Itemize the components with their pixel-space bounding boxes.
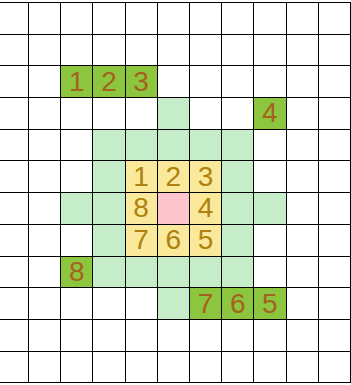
cell-r4c8[interactable] — [254, 130, 285, 161]
cell-r4c1[interactable] — [29, 130, 60, 161]
cell-r6c0[interactable] — [0, 193, 28, 224]
cell-r11c5[interactable] — [158, 352, 189, 383]
cell-r3c2[interactable] — [61, 98, 92, 129]
cell-r10c8[interactable] — [254, 320, 285, 351]
cell-r7c7[interactable] — [222, 225, 253, 256]
cell-r0c9[interactable] — [287, 3, 318, 34]
cell-r1c8[interactable] — [254, 35, 285, 66]
cell-r2c7[interactable] — [222, 66, 253, 97]
cell-r0c3[interactable] — [93, 3, 124, 34]
cell-r3c10[interactable] — [319, 98, 350, 129]
cell-r1c6[interactable] — [190, 35, 221, 66]
cell-r9c0[interactable] — [0, 288, 28, 319]
cell-r8c3[interactable] — [93, 257, 124, 288]
cell-r7c8[interactable] — [254, 225, 285, 256]
cell-r5c1[interactable] — [29, 161, 60, 192]
cell-r4c9[interactable] — [287, 130, 318, 161]
cell-r7c5[interactable]: 6 — [158, 225, 189, 256]
cell-r9c7[interactable]: 6 — [222, 288, 253, 319]
cell-r7c1[interactable] — [29, 225, 60, 256]
cell-r7c4[interactable]: 7 — [126, 225, 157, 256]
cell-r8c9[interactable] — [287, 257, 318, 288]
cell-r1c1[interactable] — [29, 35, 60, 66]
cell-r3c0[interactable] — [0, 98, 28, 129]
cell-r5c8[interactable] — [254, 161, 285, 192]
cell-r7c3[interactable] — [93, 225, 124, 256]
cell-r0c0[interactable] — [0, 3, 28, 34]
cell-r11c6[interactable] — [190, 352, 221, 383]
cell-r4c7[interactable] — [222, 130, 253, 161]
cell-r3c8[interactable]: 4 — [254, 98, 285, 129]
cell-r10c9[interactable] — [287, 320, 318, 351]
cell-r0c8[interactable] — [254, 3, 285, 34]
cell-r11c10[interactable] — [319, 352, 350, 383]
cell-r0c4[interactable] — [126, 3, 157, 34]
cell-r2c6[interactable] — [190, 66, 221, 97]
cell-r0c10[interactable] — [319, 3, 350, 34]
cell-r3c6[interactable] — [190, 98, 221, 129]
cell-r10c10[interactable] — [319, 320, 350, 351]
cell-r8c2[interactable]: 8 — [61, 257, 92, 288]
cell-r5c6[interactable]: 3 — [190, 161, 221, 192]
cell-r6c2[interactable] — [61, 193, 92, 224]
cell-r9c4[interactable] — [126, 288, 157, 319]
cell-r7c6[interactable]: 5 — [190, 225, 221, 256]
cell-r1c9[interactable] — [287, 35, 318, 66]
cell-r4c5[interactable] — [158, 130, 189, 161]
cell-r0c7[interactable] — [222, 3, 253, 34]
cell-r2c3[interactable]: 2 — [93, 66, 124, 97]
cell-r10c5[interactable] — [158, 320, 189, 351]
cell-r10c6[interactable] — [190, 320, 221, 351]
cell-r2c2[interactable]: 1 — [61, 66, 92, 97]
cell-r8c10[interactable] — [319, 257, 350, 288]
cell-r3c1[interactable] — [29, 98, 60, 129]
cell-r11c7[interactable] — [222, 352, 253, 383]
cell-r1c4[interactable] — [126, 35, 157, 66]
cell-r0c5[interactable] — [158, 3, 189, 34]
cell-r8c4[interactable] — [126, 257, 157, 288]
cell-r9c1[interactable] — [29, 288, 60, 319]
cell-r5c9[interactable] — [287, 161, 318, 192]
cell-r6c9[interactable] — [287, 193, 318, 224]
cell-r11c8[interactable] — [254, 352, 285, 383]
cell-r11c2[interactable] — [61, 352, 92, 383]
cell-r1c2[interactable] — [61, 35, 92, 66]
cell-r4c10[interactable] — [319, 130, 350, 161]
cell-r2c8[interactable] — [254, 66, 285, 97]
cell-r7c9[interactable] — [287, 225, 318, 256]
cell-r5c2[interactable] — [61, 161, 92, 192]
cell-r10c1[interactable] — [29, 320, 60, 351]
cell-r2c5[interactable] — [158, 66, 189, 97]
cell-r5c7[interactable] — [222, 161, 253, 192]
cell-r10c0[interactable] — [0, 320, 28, 351]
cell-r3c3[interactable] — [93, 98, 124, 129]
cell-r8c0[interactable] — [0, 257, 28, 288]
cell-r4c2[interactable] — [61, 130, 92, 161]
cell-r8c7[interactable] — [222, 257, 253, 288]
cell-r10c3[interactable] — [93, 320, 124, 351]
cell-r9c5[interactable] — [158, 288, 189, 319]
cell-r6c4[interactable]: 8 — [126, 193, 157, 224]
cell-r6c8[interactable] — [254, 193, 285, 224]
cell-r10c7[interactable] — [222, 320, 253, 351]
cell-r3c4[interactable] — [126, 98, 157, 129]
cell-r3c9[interactable] — [287, 98, 318, 129]
cell-r1c0[interactable] — [0, 35, 28, 66]
cell-r6c6[interactable]: 4 — [190, 193, 221, 224]
cell-r8c1[interactable] — [29, 257, 60, 288]
cell-r9c8[interactable]: 5 — [254, 288, 285, 319]
cell-r9c2[interactable] — [61, 288, 92, 319]
cell-r8c8[interactable] — [254, 257, 285, 288]
cell-r1c5[interactable] — [158, 35, 189, 66]
cell-r3c7[interactable] — [222, 98, 253, 129]
cell-r6c7[interactable] — [222, 193, 253, 224]
cell-r9c9[interactable] — [287, 288, 318, 319]
cell-r0c2[interactable] — [61, 3, 92, 34]
cell-r4c4[interactable] — [126, 130, 157, 161]
cell-r5c5[interactable]: 2 — [158, 161, 189, 192]
cell-r3c5[interactable] — [158, 98, 189, 129]
cell-r2c10[interactable] — [319, 66, 350, 97]
cell-r2c9[interactable] — [287, 66, 318, 97]
cell-r7c0[interactable] — [0, 225, 28, 256]
cell-r6c5[interactable] — [158, 193, 189, 224]
cell-r4c3[interactable] — [93, 130, 124, 161]
cell-r11c3[interactable] — [93, 352, 124, 383]
cell-r0c1[interactable] — [29, 3, 60, 34]
cell-r4c0[interactable] — [0, 130, 28, 161]
cell-r6c3[interactable] — [93, 193, 124, 224]
cell-r2c1[interactable] — [29, 66, 60, 97]
cell-r5c3[interactable] — [93, 161, 124, 192]
board-grid: 1234123847658765 — [0, 2, 351, 383]
cell-r11c9[interactable] — [287, 352, 318, 383]
cell-r9c3[interactable] — [93, 288, 124, 319]
cell-r8c5[interactable] — [158, 257, 189, 288]
cell-r9c6[interactable]: 7 — [190, 288, 221, 319]
cell-r8c6[interactable] — [190, 257, 221, 288]
cell-r10c2[interactable] — [61, 320, 92, 351]
cell-r6c1[interactable] — [29, 193, 60, 224]
cell-r1c10[interactable] — [319, 35, 350, 66]
cell-r1c7[interactable] — [222, 35, 253, 66]
cell-r11c1[interactable] — [29, 352, 60, 383]
cell-r6c10[interactable] — [319, 193, 350, 224]
cell-r5c4[interactable]: 1 — [126, 161, 157, 192]
cell-r10c4[interactable] — [126, 320, 157, 351]
cell-r7c2[interactable] — [61, 225, 92, 256]
cell-r1c3[interactable] — [93, 35, 124, 66]
cell-r4c6[interactable] — [190, 130, 221, 161]
cell-r0c6[interactable] — [190, 3, 221, 34]
cell-r2c4[interactable]: 3 — [126, 66, 157, 97]
cell-r11c0[interactable] — [0, 352, 28, 383]
cell-r5c0[interactable] — [0, 161, 28, 192]
cell-r9c10[interactable] — [319, 288, 350, 319]
cell-r5c10[interactable] — [319, 161, 350, 192]
cell-r7c10[interactable] — [319, 225, 350, 256]
cell-r2c0[interactable] — [0, 66, 28, 97]
cell-r11c4[interactable] — [126, 352, 157, 383]
